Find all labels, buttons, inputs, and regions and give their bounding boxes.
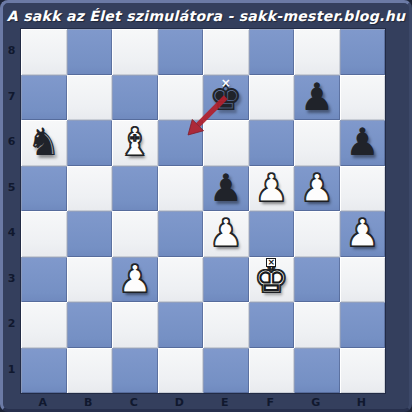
- file-label-f: F: [248, 393, 294, 409]
- white-pawn-e4[interactable]: ♟: [203, 211, 249, 257]
- square-f4[interactable]: [249, 211, 295, 257]
- square-g8[interactable]: [294, 29, 340, 75]
- chess-diagram-window: A sakk az Élet szimulátora - sakk-mester…: [0, 0, 412, 412]
- square-h4[interactable]: ♟: [340, 211, 386, 257]
- title-bar: A sakk az Élet szimulátora - sakk-mester…: [3, 3, 409, 28]
- square-c4[interactable]: [112, 211, 158, 257]
- rank-label-8: 8: [3, 28, 20, 74]
- square-e8[interactable]: [203, 29, 249, 75]
- square-b6[interactable]: [67, 120, 113, 166]
- file-label-b: B: [66, 393, 112, 409]
- square-d6[interactable]: [158, 120, 204, 166]
- chessboard: ♚×♟♞♝♟♟♟♟♟♟♟♚×: [20, 28, 386, 394]
- square-c5[interactable]: [112, 166, 158, 212]
- square-h5[interactable]: [340, 166, 386, 212]
- square-d1[interactable]: [158, 348, 204, 394]
- square-a5[interactable]: [21, 166, 67, 212]
- rank-label-6: 6: [3, 119, 20, 165]
- square-f1[interactable]: [249, 348, 295, 394]
- square-h8[interactable]: [340, 29, 386, 75]
- square-e4[interactable]: ♟: [203, 211, 249, 257]
- square-a8[interactable]: [21, 29, 67, 75]
- rank-label-1: 1: [3, 347, 20, 393]
- square-f6[interactable]: [249, 120, 295, 166]
- rank-label-2: 2: [3, 301, 20, 347]
- square-g7[interactable]: ♟: [294, 75, 340, 121]
- black-king-e7[interactable]: ♚×: [203, 75, 249, 121]
- square-b2[interactable]: [67, 302, 113, 348]
- square-f2[interactable]: [249, 302, 295, 348]
- white-pawn-f5[interactable]: ♟: [249, 166, 295, 212]
- window-title: A sakk az Élet szimulátora - sakk-mester…: [7, 8, 405, 24]
- square-a1[interactable]: [21, 348, 67, 394]
- square-a3[interactable]: [21, 257, 67, 303]
- square-h2[interactable]: [340, 302, 386, 348]
- white-pawn-h4[interactable]: ♟: [340, 211, 386, 257]
- square-a7[interactable]: [21, 75, 67, 121]
- board-area: 87654321 ♚×♟♞♝♟♟♟♟♟♟♟♚×: [3, 28, 386, 394]
- square-b5[interactable]: [67, 166, 113, 212]
- white-king-f3[interactable]: ♚×: [249, 257, 295, 303]
- file-label-a: A: [20, 393, 66, 409]
- square-a4[interactable]: [21, 211, 67, 257]
- white-bishop-c6[interactable]: ♝: [112, 120, 158, 166]
- file-labels: ABCDEFGH: [20, 393, 384, 409]
- square-f3[interactable]: ♚×: [249, 257, 295, 303]
- square-d5[interactable]: [158, 166, 204, 212]
- square-g3[interactable]: [294, 257, 340, 303]
- square-c2[interactable]: [112, 302, 158, 348]
- king-cross-marker: ×: [266, 258, 276, 267]
- square-h1[interactable]: [340, 348, 386, 394]
- rank-labels: 87654321: [3, 28, 20, 394]
- square-b8[interactable]: [67, 29, 113, 75]
- square-e3[interactable]: [203, 257, 249, 303]
- square-b4[interactable]: [67, 211, 113, 257]
- file-label-d: D: [157, 393, 203, 409]
- square-e5[interactable]: ♟: [203, 166, 249, 212]
- black-pawn-h6[interactable]: ♟: [340, 120, 386, 166]
- board-grid: ♚×♟♞♝♟♟♟♟♟♟♟♚×: [21, 29, 385, 393]
- square-d4[interactable]: [158, 211, 204, 257]
- square-c6[interactable]: ♝: [112, 120, 158, 166]
- file-label-h: H: [339, 393, 385, 409]
- square-e6[interactable]: [203, 120, 249, 166]
- square-d3[interactable]: [158, 257, 204, 303]
- square-g6[interactable]: [294, 120, 340, 166]
- square-e2[interactable]: [203, 302, 249, 348]
- white-pawn-g5[interactable]: ♟: [294, 166, 340, 212]
- square-e7[interactable]: ♚×: [203, 75, 249, 121]
- square-c8[interactable]: [112, 29, 158, 75]
- rank-label-5: 5: [3, 165, 20, 211]
- square-c7[interactable]: [112, 75, 158, 121]
- square-c1[interactable]: [112, 348, 158, 394]
- square-a6[interactable]: ♞: [21, 120, 67, 166]
- square-e1[interactable]: [203, 348, 249, 394]
- square-a2[interactable]: [21, 302, 67, 348]
- square-d8[interactable]: [158, 29, 204, 75]
- square-h6[interactable]: ♟: [340, 120, 386, 166]
- black-pawn-g7[interactable]: ♟: [294, 75, 340, 121]
- white-pawn-c3[interactable]: ♟: [112, 257, 158, 303]
- square-g4[interactable]: [294, 211, 340, 257]
- square-h7[interactable]: [340, 75, 386, 121]
- rank-label-3: 3: [3, 256, 20, 302]
- square-b1[interactable]: [67, 348, 113, 394]
- square-f8[interactable]: [249, 29, 295, 75]
- square-g1[interactable]: [294, 348, 340, 394]
- rank-label-7: 7: [3, 74, 20, 120]
- king-cross-marker: ×: [221, 77, 231, 89]
- file-label-e: E: [202, 393, 248, 409]
- square-g2[interactable]: [294, 302, 340, 348]
- black-knight-a6[interactable]: ♞: [21, 120, 67, 166]
- square-h3[interactable]: [340, 257, 386, 303]
- square-d2[interactable]: [158, 302, 204, 348]
- file-label-c: C: [111, 393, 157, 409]
- square-d7[interactable]: [158, 75, 204, 121]
- file-label-g: G: [293, 393, 339, 409]
- square-g5[interactable]: ♟: [294, 166, 340, 212]
- square-c3[interactable]: ♟: [112, 257, 158, 303]
- square-b7[interactable]: [67, 75, 113, 121]
- rank-label-4: 4: [3, 210, 20, 256]
- square-f7[interactable]: [249, 75, 295, 121]
- square-b3[interactable]: [67, 257, 113, 303]
- square-f5[interactable]: ♟: [249, 166, 295, 212]
- black-pawn-e5[interactable]: ♟: [203, 166, 249, 212]
